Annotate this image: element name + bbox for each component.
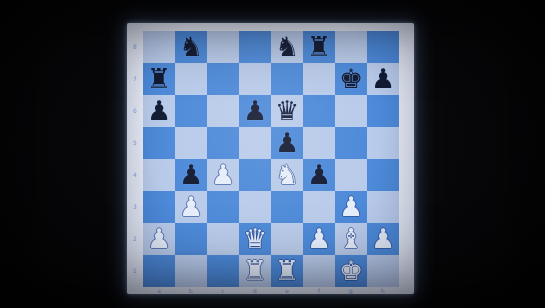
square-f8: ♜ <box>303 31 335 63</box>
white-queen: ♛ <box>243 225 267 252</box>
black-pawn: ♟ <box>179 161 203 188</box>
square-e7 <box>271 63 303 95</box>
file-label-e: e <box>271 287 303 294</box>
square-b4: ♟ <box>175 159 207 191</box>
white-knight: ♞ <box>275 161 299 188</box>
square-g7: ♚ <box>335 63 367 95</box>
black-pawn: ♟ <box>243 97 267 124</box>
square-b1 <box>175 255 207 287</box>
square-d1: ♜ <box>239 255 271 287</box>
rank-label-3: 3 <box>127 191 143 223</box>
rank-label-4: 4 <box>127 159 143 191</box>
rank-label-1: 1 <box>127 255 143 287</box>
square-g1: ♚ <box>335 255 367 287</box>
square-b7 <box>175 63 207 95</box>
square-b8: ♞ <box>175 31 207 63</box>
square-d3 <box>239 191 271 223</box>
white-pawn: ♟ <box>371 225 395 252</box>
white-pawn: ♟ <box>307 225 331 252</box>
square-g4 <box>335 159 367 191</box>
chess-board: ♞♞♜♜♚♟♟♟♛♟♟♟♞♟♟♟♟♛♟♝♟♜♜♚ <box>143 31 399 287</box>
square-h7: ♟ <box>367 63 399 95</box>
square-a7: ♜ <box>143 63 175 95</box>
square-a1 <box>143 255 175 287</box>
file-label-a: a <box>143 287 175 294</box>
rank-label-7: 7 <box>127 63 143 95</box>
square-e4: ♞ <box>271 159 303 191</box>
black-pawn: ♟ <box>371 65 395 92</box>
square-e8: ♞ <box>271 31 303 63</box>
file-label-h: h <box>367 287 399 294</box>
square-g6 <box>335 95 367 127</box>
square-e6: ♛ <box>271 95 303 127</box>
white-rook: ♜ <box>275 257 299 284</box>
square-e5: ♟ <box>271 127 303 159</box>
square-g8 <box>335 31 367 63</box>
square-h6 <box>367 95 399 127</box>
file-label-g: g <box>335 287 367 294</box>
video-frame: 87654321 ♞♞♜♜♚♟♟♟♛♟♟♟♞♟♟♟♟♛♟♝♟♜♜♚ abcdef… <box>0 0 545 308</box>
square-h1 <box>367 255 399 287</box>
square-a3 <box>143 191 175 223</box>
rank-label-2: 2 <box>127 223 143 255</box>
square-c2 <box>207 223 239 255</box>
black-king: ♚ <box>339 65 363 92</box>
file-label-f: f <box>303 287 335 294</box>
rank-label-6: 6 <box>127 95 143 127</box>
file-label-b: b <box>175 287 207 294</box>
square-a4 <box>143 159 175 191</box>
square-e2 <box>271 223 303 255</box>
square-f6 <box>303 95 335 127</box>
square-g5 <box>335 127 367 159</box>
square-h2: ♟ <box>367 223 399 255</box>
file-labels: abcdefgh <box>143 287 399 294</box>
black-pawn: ♟ <box>275 129 299 156</box>
square-h4 <box>367 159 399 191</box>
square-c3 <box>207 191 239 223</box>
square-f1 <box>303 255 335 287</box>
square-f5 <box>303 127 335 159</box>
file-label-d: d <box>239 287 271 294</box>
square-a2: ♟ <box>143 223 175 255</box>
square-d4 <box>239 159 271 191</box>
square-a6: ♟ <box>143 95 175 127</box>
white-pawn: ♟ <box>179 193 203 220</box>
black-rook: ♜ <box>307 33 331 60</box>
square-d6: ♟ <box>239 95 271 127</box>
black-knight: ♞ <box>275 33 299 60</box>
white-pawn: ♟ <box>147 225 171 252</box>
square-f2: ♟ <box>303 223 335 255</box>
rank-label-8: 8 <box>127 31 143 63</box>
square-e3 <box>271 191 303 223</box>
white-king: ♚ <box>339 257 363 284</box>
square-a8 <box>143 31 175 63</box>
square-d8 <box>239 31 271 63</box>
black-queen: ♛ <box>275 97 299 124</box>
square-e1: ♜ <box>271 255 303 287</box>
square-h5 <box>367 127 399 159</box>
rank-label-5: 5 <box>127 127 143 159</box>
square-b3: ♟ <box>175 191 207 223</box>
square-c7 <box>207 63 239 95</box>
square-f7 <box>303 63 335 95</box>
square-f4: ♟ <box>303 159 335 191</box>
square-g3: ♟ <box>335 191 367 223</box>
square-d2: ♛ <box>239 223 271 255</box>
black-pawn: ♟ <box>147 97 171 124</box>
rank-labels: 87654321 <box>127 31 143 287</box>
square-b6 <box>175 95 207 127</box>
white-pawn: ♟ <box>211 161 235 188</box>
black-knight: ♞ <box>179 33 203 60</box>
square-h3 <box>367 191 399 223</box>
square-c5 <box>207 127 239 159</box>
square-f3 <box>303 191 335 223</box>
white-rook: ♜ <box>243 257 267 284</box>
square-d5 <box>239 127 271 159</box>
white-bishop: ♝ <box>339 225 363 252</box>
square-b2 <box>175 223 207 255</box>
chess-board-frame: 87654321 ♞♞♜♜♚♟♟♟♛♟♟♟♞♟♟♟♟♛♟♝♟♜♜♚ abcdef… <box>127 23 414 294</box>
square-c8 <box>207 31 239 63</box>
white-pawn: ♟ <box>339 193 363 220</box>
square-c6 <box>207 95 239 127</box>
square-a5 <box>143 127 175 159</box>
square-b5 <box>175 127 207 159</box>
square-d7 <box>239 63 271 95</box>
square-g2: ♝ <box>335 223 367 255</box>
black-pawn: ♟ <box>307 161 331 188</box>
square-h8 <box>367 31 399 63</box>
black-rook: ♜ <box>147 65 171 92</box>
file-label-c: c <box>207 287 239 294</box>
square-c4: ♟ <box>207 159 239 191</box>
square-c1 <box>207 255 239 287</box>
